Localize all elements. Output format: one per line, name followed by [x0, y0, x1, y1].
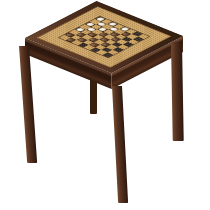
table-leg-back: [90, 79, 97, 114]
checkerboard: [58, 16, 150, 58]
table-leg-left: [19, 46, 37, 163]
table-leg-front: [112, 86, 128, 203]
table-leg-right: [171, 42, 184, 141]
game-table-photo: [0, 0, 210, 210]
